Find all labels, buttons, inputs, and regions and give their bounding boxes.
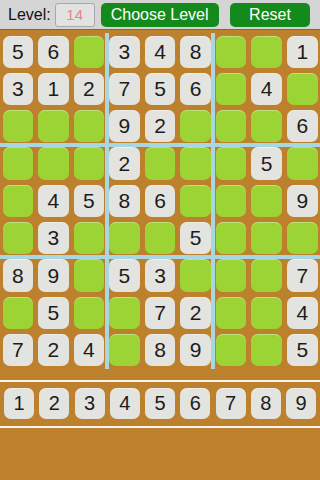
sudoku-cell-r6c2[interactable]: 3: [38, 222, 69, 254]
sudoku-cell-r4c3[interactable]: [74, 147, 105, 179]
sudoku-cell-r3c2[interactable]: [38, 110, 69, 142]
sudoku-cell-r9c4[interactable]: [109, 334, 140, 366]
sudoku-cell-r3c7[interactable]: [216, 110, 247, 142]
sudoku-cell-r9c7[interactable]: [216, 334, 247, 366]
sudoku-cell-r6c5[interactable]: [145, 222, 176, 254]
sudoku-cell-r1c6[interactable]: 8: [180, 36, 211, 68]
number-button-2[interactable]: 2: [39, 388, 69, 419]
sudoku-cell-r7c7[interactable]: [216, 259, 247, 291]
sudoku-cell-r1c2[interactable]: 6: [38, 36, 69, 68]
number-button-5[interactable]: 5: [145, 388, 175, 419]
sudoku-cell-r4c7[interactable]: [216, 147, 247, 179]
sudoku-cell-r9c2[interactable]: 2: [38, 334, 69, 366]
sudoku-cell-r9c8[interactable]: [251, 334, 282, 366]
sudoku-cell-r5c3[interactable]: 5: [74, 185, 105, 217]
sudoku-cell-r2c8[interactable]: 4: [251, 73, 282, 105]
sudoku-cell-r8c6[interactable]: 2: [180, 297, 211, 329]
sudoku-cell-r6c4[interactable]: [109, 222, 140, 254]
sudoku-cell-r2c3[interactable]: 2: [74, 73, 105, 105]
sudoku-cell-r3c1[interactable]: [3, 110, 34, 142]
choose-level-button[interactable]: Choose Level: [101, 3, 219, 27]
sudoku-cell-r7c6[interactable]: [180, 259, 211, 291]
sudoku-cell-r6c8[interactable]: [251, 222, 282, 254]
sudoku-cell-r1c8[interactable]: [251, 36, 282, 68]
sudoku-cell-r7c8[interactable]: [251, 259, 282, 291]
sudoku-cell-r3c8[interactable]: [251, 110, 282, 142]
sudoku-cell-r7c3[interactable]: [74, 259, 105, 291]
reset-button[interactable]: Reset: [230, 3, 310, 27]
sudoku-cell-r6c9[interactable]: [287, 222, 318, 254]
sudoku-cell-r3c6[interactable]: [180, 110, 211, 142]
number-button-6[interactable]: 6: [180, 388, 210, 419]
sudoku-cell-r8c1[interactable]: [3, 297, 34, 329]
sudoku-cell-r9c3[interactable]: 4: [74, 334, 105, 366]
sudoku-cell-r9c5[interactable]: 8: [145, 334, 176, 366]
sudoku-cell-r1c1[interactable]: 5: [3, 36, 34, 68]
sudoku-cell-r5c4[interactable]: 8: [109, 185, 140, 217]
sudoku-cell-r2c7[interactable]: [216, 73, 247, 105]
sudoku-cell-r5c6[interactable]: [180, 185, 211, 217]
sudoku-cell-r4c6[interactable]: [180, 147, 211, 179]
sudoku-cell-r8c8[interactable]: [251, 297, 282, 329]
sudoku-cell-r3c4[interactable]: 9: [109, 110, 140, 142]
number-picker: 123456789: [0, 386, 320, 420]
number-button-1[interactable]: 1: [4, 388, 34, 419]
sudoku-cells: 5634813127564926254586935895375724724895: [0, 33, 320, 369]
sudoku-cell-r2c4[interactable]: 7: [109, 73, 140, 105]
sudoku-cell-r2c9[interactable]: [287, 73, 318, 105]
sudoku-cell-r3c9[interactable]: 6: [287, 110, 318, 142]
sudoku-cell-r3c5[interactable]: 2: [145, 110, 176, 142]
sudoku-cell-r4c9[interactable]: [287, 147, 318, 179]
sudoku-cell-r7c9[interactable]: 7: [287, 259, 318, 291]
sudoku-cell-r4c4[interactable]: 2: [109, 147, 140, 179]
sudoku-cell-r9c9[interactable]: 5: [287, 334, 318, 366]
sudoku-cell-r8c3[interactable]: [74, 297, 105, 329]
picker-bottom-divider: [0, 426, 320, 428]
sudoku-cell-r5c9[interactable]: 9: [287, 185, 318, 217]
top-toolbar: Level: 14 Choose Level Reset: [0, 0, 320, 30]
sudoku-cell-r1c4[interactable]: 3: [109, 36, 140, 68]
sudoku-cell-r1c7[interactable]: [216, 36, 247, 68]
sudoku-cell-r9c6[interactable]: 9: [180, 334, 211, 366]
sudoku-cell-r2c1[interactable]: 3: [3, 73, 34, 105]
sudoku-cell-r6c1[interactable]: [3, 222, 34, 254]
sudoku-cell-r6c3[interactable]: [74, 222, 105, 254]
sudoku-cell-r8c2[interactable]: 5: [38, 297, 69, 329]
sudoku-cell-r7c5[interactable]: 3: [145, 259, 176, 291]
number-button-9[interactable]: 9: [286, 388, 316, 419]
sudoku-board: 5634813127564926254586935895375724724895: [0, 33, 320, 369]
sudoku-cell-r4c5[interactable]: [145, 147, 176, 179]
sudoku-cell-r8c4[interactable]: [109, 297, 140, 329]
sudoku-cell-r7c2[interactable]: 9: [38, 259, 69, 291]
sudoku-cell-r2c2[interactable]: 1: [38, 73, 69, 105]
sudoku-cell-r5c7[interactable]: [216, 185, 247, 217]
number-button-7[interactable]: 7: [216, 388, 246, 419]
sudoku-cell-r5c8[interactable]: [251, 185, 282, 217]
number-button-3[interactable]: 3: [75, 388, 105, 419]
sudoku-cell-r7c1[interactable]: 8: [3, 259, 34, 291]
sudoku-cell-r2c5[interactable]: 5: [145, 73, 176, 105]
sudoku-cell-r6c7[interactable]: [216, 222, 247, 254]
sudoku-cell-r8c5[interactable]: 7: [145, 297, 176, 329]
sudoku-cell-r5c5[interactable]: 6: [145, 185, 176, 217]
sudoku-cell-r8c9[interactable]: 4: [287, 297, 318, 329]
number-button-4[interactable]: 4: [110, 388, 140, 419]
level-input[interactable]: 14: [55, 3, 95, 27]
sudoku-cell-r7c4[interactable]: 5: [109, 259, 140, 291]
sudoku-cell-r2c6[interactable]: 6: [180, 73, 211, 105]
sudoku-cell-r9c1[interactable]: 7: [3, 334, 34, 366]
sudoku-cell-r3c3[interactable]: [74, 110, 105, 142]
sudoku-cell-r4c8[interactable]: 5: [251, 147, 282, 179]
sudoku-cell-r1c3[interactable]: [74, 36, 105, 68]
sudoku-cell-r4c2[interactable]: [38, 147, 69, 179]
number-button-8[interactable]: 8: [251, 388, 281, 419]
picker-top-divider: [0, 380, 320, 382]
sudoku-cell-r4c1[interactable]: [3, 147, 34, 179]
level-label: Level:: [8, 6, 51, 24]
sudoku-cell-r5c1[interactable]: [3, 185, 34, 217]
sudoku-cell-r1c9[interactable]: 1: [287, 36, 318, 68]
sudoku-cell-r1c5[interactable]: 4: [145, 36, 176, 68]
sudoku-cell-r5c2[interactable]: 4: [38, 185, 69, 217]
sudoku-cell-r8c7[interactable]: [216, 297, 247, 329]
sudoku-cell-r6c6[interactable]: 5: [180, 222, 211, 254]
